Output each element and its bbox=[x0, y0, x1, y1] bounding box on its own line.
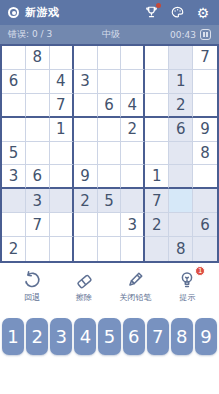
cell-r8c2[interactable]: 7 bbox=[26, 213, 50, 237]
trophy-notification-dot bbox=[156, 3, 161, 8]
status-bar: 错误: 0 / 3 中级 00:43 bbox=[0, 25, 219, 44]
numpad-button-9[interactable]: 9 bbox=[195, 318, 217, 355]
cell-r6c7[interactable]: 1 bbox=[145, 165, 169, 189]
cell-r1c7[interactable] bbox=[145, 46, 169, 70]
cell-r5c4[interactable] bbox=[74, 142, 98, 166]
settings-gear-icon[interactable]: ⚙ bbox=[195, 5, 211, 21]
cell-r9c9[interactable] bbox=[193, 237, 217, 261]
cell-r2c9[interactable] bbox=[193, 70, 217, 94]
cell-r9c4[interactable] bbox=[74, 237, 98, 261]
cell-r9c8[interactable]: 8 bbox=[169, 237, 193, 261]
app-title: 新游戏 bbox=[25, 5, 60, 20]
cell-r3c7[interactable] bbox=[145, 94, 169, 118]
cell-r7c6[interactable] bbox=[121, 189, 145, 213]
tool-lightbulb-button[interactable]: 提示1 bbox=[170, 270, 204, 303]
lightbulb-icon bbox=[177, 270, 197, 290]
cell-r9c1[interactable]: 2 bbox=[2, 237, 26, 261]
number-pad: 123456789 bbox=[0, 318, 219, 355]
cell-r5c7[interactable] bbox=[145, 142, 169, 166]
cell-r2c7[interactable] bbox=[145, 70, 169, 94]
cell-r8c1[interactable] bbox=[2, 213, 26, 237]
numpad-button-2[interactable]: 2 bbox=[26, 318, 48, 355]
cell-r9c3[interactable] bbox=[50, 237, 74, 261]
cell-r7c1[interactable] bbox=[2, 189, 26, 213]
cell-r8c4[interactable] bbox=[74, 213, 98, 237]
cell-r8c8[interactable] bbox=[169, 213, 193, 237]
tool-label: 回退 bbox=[24, 292, 40, 303]
cell-r4c3[interactable]: 1 bbox=[50, 118, 74, 142]
cell-r8c3[interactable] bbox=[50, 213, 74, 237]
cell-r1c4[interactable] bbox=[74, 46, 98, 70]
sudoku-board: 876431764212695836913257732628 bbox=[0, 44, 219, 263]
cell-r1c1[interactable] bbox=[2, 46, 26, 70]
cell-r2c6[interactable] bbox=[121, 70, 145, 94]
palette-icon[interactable] bbox=[169, 5, 185, 21]
cell-r6c9[interactable] bbox=[193, 165, 217, 189]
cell-r7c7[interactable]: 7 bbox=[145, 189, 169, 213]
cell-r6c4[interactable]: 9 bbox=[74, 165, 98, 189]
difficulty-label: 中级 bbox=[102, 28, 120, 41]
cell-r6c8[interactable] bbox=[169, 165, 193, 189]
cell-r3c3[interactable]: 7 bbox=[50, 94, 74, 118]
cell-r3c9[interactable] bbox=[193, 94, 217, 118]
cell-r8c5[interactable] bbox=[98, 213, 122, 237]
tool-eraser-button[interactable]: 擦除 bbox=[67, 270, 101, 303]
cell-r8c9[interactable]: 6 bbox=[193, 213, 217, 237]
cell-r8c6[interactable]: 3 bbox=[121, 213, 145, 237]
cell-r1c3[interactable] bbox=[50, 46, 74, 70]
timer-value: 00:43 bbox=[170, 30, 196, 40]
cell-r4c6[interactable]: 2 bbox=[121, 118, 145, 142]
cell-r2c2[interactable] bbox=[26, 70, 50, 94]
cell-r7c9[interactable] bbox=[193, 189, 217, 213]
new-game-button[interactable]: 新游戏 bbox=[8, 5, 60, 20]
cell-r3c6[interactable]: 4 bbox=[121, 94, 145, 118]
tool-pencil-button[interactable]: 关闭铅笔 bbox=[118, 270, 152, 303]
cell-r3c4[interactable] bbox=[74, 94, 98, 118]
cell-r1c2[interactable]: 8 bbox=[26, 46, 50, 70]
eraser-icon bbox=[74, 270, 94, 290]
cell-r7c4[interactable]: 2 bbox=[74, 189, 98, 213]
cell-r9c6[interactable] bbox=[121, 237, 145, 261]
cell-r7c5[interactable]: 5 bbox=[98, 189, 122, 213]
cell-r5c5[interactable] bbox=[98, 142, 122, 166]
cell-r5c1[interactable]: 5 bbox=[2, 142, 26, 166]
cell-r6c2[interactable]: 6 bbox=[26, 165, 50, 189]
cell-r4c1[interactable] bbox=[2, 118, 26, 142]
cell-r4c9[interactable]: 9 bbox=[193, 118, 217, 142]
mistakes-counter: 错误: 0 / 3 bbox=[8, 28, 52, 41]
undo-icon bbox=[22, 270, 42, 290]
tool-label: 擦除 bbox=[76, 292, 92, 303]
cell-r5c9[interactable]: 8 bbox=[193, 142, 217, 166]
cell-r7c3[interactable] bbox=[50, 189, 74, 213]
cell-r4c5[interactable] bbox=[98, 118, 122, 142]
cell-r5c8[interactable] bbox=[169, 142, 193, 166]
toolbar: 回退擦除关闭铅笔提示1 bbox=[0, 270, 219, 314]
cell-r4c4[interactable] bbox=[74, 118, 98, 142]
cell-r4c7[interactable] bbox=[145, 118, 169, 142]
cell-r3c5[interactable]: 6 bbox=[98, 94, 122, 118]
cell-r1c6[interactable] bbox=[121, 46, 145, 70]
sudoku-app: 新游戏 ⚙ 错误: bbox=[0, 0, 219, 394]
numpad-button-7[interactable]: 7 bbox=[147, 318, 169, 355]
cell-r3c8[interactable]: 2 bbox=[169, 94, 193, 118]
cell-r1c9[interactable]: 7 bbox=[193, 46, 217, 70]
cell-r9c7[interactable] bbox=[145, 237, 169, 261]
tool-label: 关闭铅笔 bbox=[119, 292, 151, 303]
cell-r2c3[interactable]: 4 bbox=[50, 70, 74, 94]
tool-undo-button[interactable]: 回退 bbox=[15, 270, 49, 303]
cell-r9c2[interactable] bbox=[26, 237, 50, 261]
cell-r6c3[interactable] bbox=[50, 165, 74, 189]
numpad-button-4[interactable]: 4 bbox=[74, 318, 96, 355]
top-bar: 新游戏 ⚙ bbox=[0, 0, 219, 25]
cell-r7c8[interactable] bbox=[169, 189, 193, 213]
cell-r1c5[interactable] bbox=[98, 46, 122, 70]
tool-label: 提示 bbox=[179, 292, 195, 303]
cell-r2c8[interactable]: 1 bbox=[169, 70, 193, 94]
cell-r6c6[interactable] bbox=[121, 165, 145, 189]
timer: 00:43 bbox=[170, 29, 211, 40]
numpad-button-1[interactable]: 1 bbox=[2, 318, 24, 355]
pencil-icon bbox=[125, 270, 145, 290]
cell-r6c5[interactable] bbox=[98, 165, 122, 189]
numpad-button-8[interactable]: 8 bbox=[171, 318, 193, 355]
cell-r9c5[interactable] bbox=[98, 237, 122, 261]
cell-r5c6[interactable] bbox=[121, 142, 145, 166]
pause-icon[interactable] bbox=[200, 29, 211, 40]
cell-r2c4[interactable]: 3 bbox=[74, 70, 98, 94]
cell-r3c2[interactable] bbox=[26, 94, 50, 118]
cell-r1c8[interactable] bbox=[169, 46, 193, 70]
cell-r4c2[interactable] bbox=[26, 118, 50, 142]
record-icon bbox=[8, 7, 19, 18]
cell-r5c3[interactable] bbox=[50, 142, 74, 166]
cell-r5c2[interactable] bbox=[26, 142, 50, 166]
trophy-icon[interactable] bbox=[143, 5, 159, 21]
cell-r4c8[interactable]: 6 bbox=[169, 118, 193, 142]
cell-r2c5[interactable] bbox=[98, 70, 122, 94]
cell-r6c1[interactable]: 3 bbox=[2, 165, 26, 189]
numpad-button-6[interactable]: 6 bbox=[123, 318, 145, 355]
cell-r7c2[interactable]: 3 bbox=[26, 189, 50, 213]
cell-r2c1[interactable]: 6 bbox=[2, 70, 26, 94]
hint-count-badge: 1 bbox=[195, 266, 205, 276]
numpad-button-5[interactable]: 5 bbox=[98, 318, 120, 355]
cell-r3c1[interactable] bbox=[2, 94, 26, 118]
cell-r8c7[interactable]: 2 bbox=[145, 213, 169, 237]
numpad-button-3[interactable]: 3 bbox=[50, 318, 72, 355]
top-bar-actions: ⚙ bbox=[143, 5, 211, 21]
